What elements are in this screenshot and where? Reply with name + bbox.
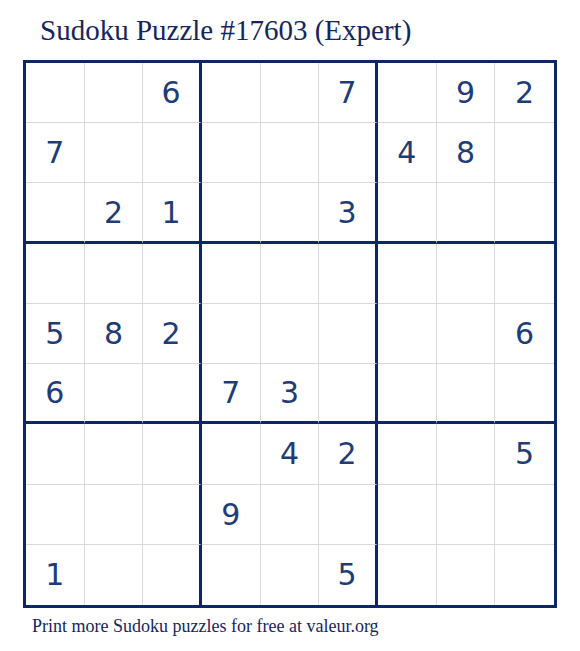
cell-r2c5 [261,123,320,183]
cell-r8c8 [437,485,496,545]
cell-r3c6: 3 [319,183,378,243]
cell-r8c3 [143,485,202,545]
cell-r9c8 [437,545,496,605]
cell-r5c1: 5 [26,304,85,364]
cell-r3c1 [26,183,85,243]
cell-r1c4 [202,63,261,123]
cell-r2c1: 7 [26,123,85,183]
cell-r7c1 [26,424,85,484]
cell-r8c5 [261,485,320,545]
cell-r5c9: 6 [495,304,554,364]
cell-r3c4 [202,183,261,243]
cell-r7c9: 5 [495,424,554,484]
cell-r5c6 [319,304,378,364]
cell-r2c2 [85,123,144,183]
cell-r9c1: 1 [26,545,85,605]
cell-r7c2 [85,424,144,484]
cell-r7c3 [143,424,202,484]
cell-r3c3: 1 [143,183,202,243]
cell-r8c7 [378,485,437,545]
cell-r1c6: 7 [319,63,378,123]
cell-r6c7 [378,364,437,424]
cell-r7c7 [378,424,437,484]
cell-r7c5: 4 [261,424,320,484]
cell-r7c4 [202,424,261,484]
cell-r8c4: 9 [202,485,261,545]
cell-r5c3: 2 [143,304,202,364]
cell-r8c6 [319,485,378,545]
cell-r4c9 [495,244,554,304]
cell-r7c6: 2 [319,424,378,484]
cell-r9c2 [85,545,144,605]
cell-r6c5: 3 [261,364,320,424]
cell-r2c8: 8 [437,123,496,183]
cell-r3c5 [261,183,320,243]
cell-r9c6: 5 [319,545,378,605]
cell-r1c7 [378,63,437,123]
cell-r1c9: 2 [495,63,554,123]
cell-r6c4: 7 [202,364,261,424]
cell-r6c1: 6 [26,364,85,424]
cell-r4c2 [85,244,144,304]
cell-r9c4 [202,545,261,605]
footer-text: Print more Sudoku puzzles for free at va… [32,616,379,637]
cell-r6c9 [495,364,554,424]
sudoku-board: 67927482135826673425915 [23,60,557,608]
page-title: Sudoku Puzzle #17603 (Expert) [40,14,411,47]
cell-r4c4 [202,244,261,304]
cell-r3c8 [437,183,496,243]
cell-r2c3 [143,123,202,183]
cell-r5c7 [378,304,437,364]
cell-r9c7 [378,545,437,605]
cell-r2c7: 4 [378,123,437,183]
cell-r6c8 [437,364,496,424]
cell-r5c4 [202,304,261,364]
cell-r1c1 [26,63,85,123]
cell-r3c2: 2 [85,183,144,243]
cell-r2c9 [495,123,554,183]
cell-r3c7 [378,183,437,243]
cell-r2c4 [202,123,261,183]
cell-r4c1 [26,244,85,304]
cell-r4c5 [261,244,320,304]
cell-r3c9 [495,183,554,243]
cell-r2c6 [319,123,378,183]
cell-r1c2 [85,63,144,123]
cell-r4c3 [143,244,202,304]
cell-r6c3 [143,364,202,424]
cell-r8c9 [495,485,554,545]
cell-r9c9 [495,545,554,605]
cell-r4c6 [319,244,378,304]
cell-r5c5 [261,304,320,364]
cell-r4c7 [378,244,437,304]
cell-r1c8: 9 [437,63,496,123]
cell-r5c2: 8 [85,304,144,364]
cell-r4c8 [437,244,496,304]
cell-r5c8 [437,304,496,364]
cell-r6c2 [85,364,144,424]
cell-r7c8 [437,424,496,484]
cell-r9c5 [261,545,320,605]
cell-r6c6 [319,364,378,424]
cell-r8c1 [26,485,85,545]
cell-r9c3 [143,545,202,605]
cell-r8c2 [85,485,144,545]
cell-r1c5 [261,63,320,123]
cell-r1c3: 6 [143,63,202,123]
